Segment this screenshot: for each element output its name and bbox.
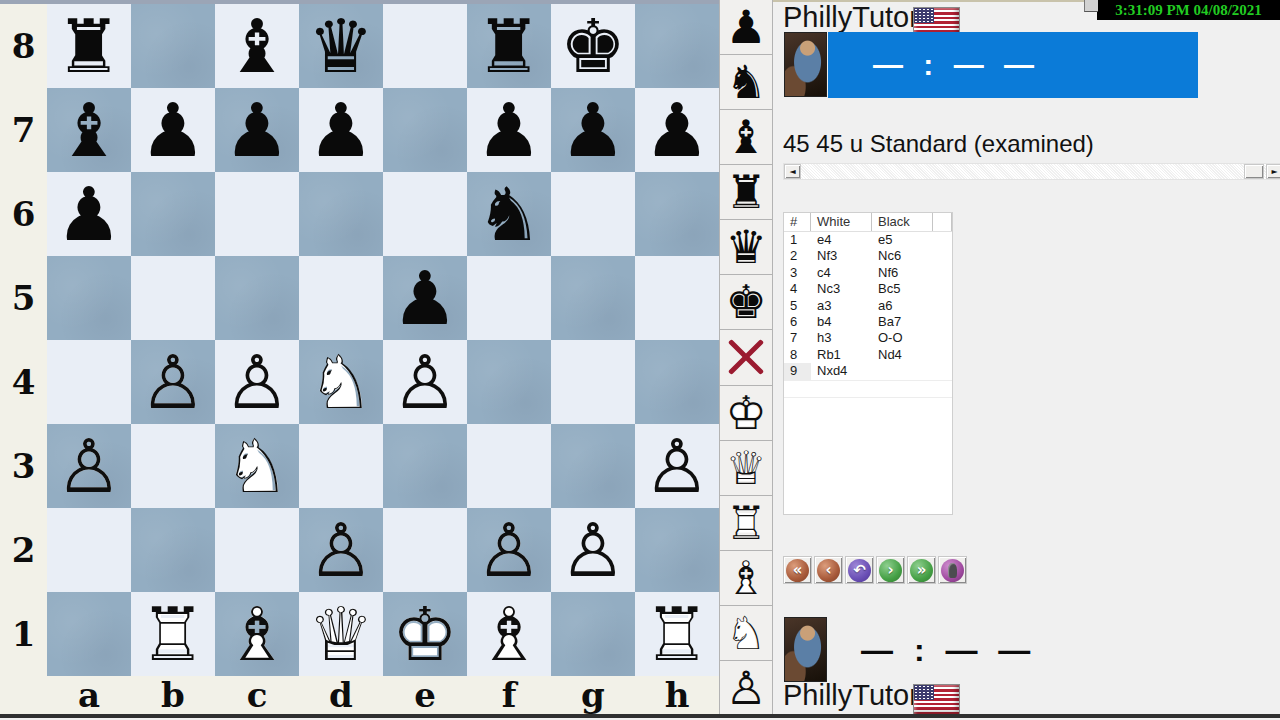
white-knight-icon[interactable]: ♞♘ bbox=[299, 340, 383, 424]
top-player-clock: — : — — bbox=[828, 32, 1198, 98]
top-player-avatar bbox=[784, 32, 827, 97]
white-pawn-icon[interactable]: ♙♙ bbox=[720, 661, 772, 715]
scroll-right-button[interactable]: ► bbox=[1266, 164, 1280, 179]
black-queen-icon[interactable]: ♛ bbox=[299, 4, 383, 88]
square-d5[interactable] bbox=[299, 256, 383, 340]
window-fragment bbox=[1084, 0, 1098, 12]
move-row-3[interactable]: 3c4Nf6 bbox=[784, 265, 952, 281]
revert-icon: ↶ bbox=[848, 559, 871, 582]
square-c7[interactable]: ♟ bbox=[215, 88, 299, 172]
square-b8[interactable] bbox=[131, 4, 215, 88]
white-king-icon[interactable]: ♚♔ bbox=[383, 592, 467, 676]
file-label-f: f bbox=[467, 676, 551, 714]
move-cell-white[interactable]: c4 bbox=[811, 265, 872, 281]
square-e1[interactable]: ♚♔ bbox=[383, 592, 467, 676]
delete-x-icon bbox=[726, 337, 766, 377]
white-pawn-icon[interactable]: ♙♙ bbox=[215, 340, 299, 424]
move-cell-extra[interactable] bbox=[933, 281, 952, 297]
square-c2[interactable] bbox=[215, 508, 299, 592]
move-cell-white[interactable]: h3 bbox=[811, 330, 872, 346]
square-g1[interactable] bbox=[551, 592, 635, 676]
white-rook-icon[interactable]: ♜♖ bbox=[720, 496, 772, 550]
move-cell-white[interactable]: b4 bbox=[811, 314, 872, 330]
white-pawn-icon[interactable]: ♙♙ bbox=[299, 508, 383, 592]
white-queen-icon[interactable]: ♛♕ bbox=[720, 441, 772, 495]
square-d1[interactable]: ♛♕ bbox=[299, 592, 383, 676]
file-label-a: a bbox=[47, 676, 131, 714]
square-e3[interactable] bbox=[383, 424, 467, 508]
rank-label-8: 8 bbox=[0, 4, 47, 88]
black-knight-icon[interactable]: ♞ bbox=[467, 172, 551, 256]
move-row-9[interactable]: 9Nxd4 bbox=[784, 363, 952, 379]
move-row-2[interactable]: 2Nf3Nc6 bbox=[784, 248, 952, 264]
square-b4[interactable]: ♙♙ bbox=[131, 340, 215, 424]
jump-to-end-icon: » bbox=[910, 559, 933, 582]
rank-label-1: 1 bbox=[0, 592, 47, 676]
move-cell-num[interactable]: 5 bbox=[784, 298, 811, 314]
move-cell-black[interactable]: Bc5 bbox=[872, 281, 933, 297]
bottom-player-name: PhillyTutor bbox=[783, 679, 919, 712]
square-a6[interactable]: ♟ bbox=[47, 172, 131, 256]
black-pawn-icon[interactable]: ♟ bbox=[47, 172, 131, 256]
black-pawn-icon[interactable]: ♟ bbox=[383, 256, 467, 340]
rank-label-7: 7 bbox=[0, 88, 47, 172]
square-g4[interactable] bbox=[551, 340, 635, 424]
square-e4[interactable]: ♙♙ bbox=[383, 340, 467, 424]
horizontal-scrollbar[interactable]: ◄ ► bbox=[783, 163, 1280, 180]
black-queen-icon[interactable]: ♛ bbox=[720, 220, 772, 274]
square-a8[interactable]: ♜ bbox=[47, 4, 131, 88]
scrollbar-thumb[interactable] bbox=[1244, 164, 1264, 179]
step-forward-button[interactable]: › bbox=[876, 556, 905, 584]
corner-spacer bbox=[0, 676, 47, 714]
file-label-d: d bbox=[299, 676, 383, 714]
square-b5[interactable] bbox=[131, 256, 215, 340]
square-f1[interactable]: ♝♗ bbox=[467, 592, 551, 676]
move-cell-extra[interactable] bbox=[933, 298, 952, 314]
piece-figure-icon bbox=[948, 563, 957, 578]
square-f5[interactable] bbox=[467, 256, 551, 340]
move-cell-black[interactable]: Ba7 bbox=[872, 314, 933, 330]
square-f6[interactable]: ♞ bbox=[467, 172, 551, 256]
move-row-4[interactable]: 4Nc3Bc5 bbox=[784, 281, 952, 297]
black-bishop-icon[interactable]: ♝ bbox=[215, 4, 299, 88]
square-g2[interactable]: ♙♙ bbox=[551, 508, 635, 592]
move-cell-black[interactable]: O-O bbox=[872, 330, 933, 346]
game-description: 45 45 u Standard (examined) bbox=[783, 130, 1094, 158]
square-g8[interactable]: ♚ bbox=[551, 4, 635, 88]
square-h5[interactable] bbox=[635, 256, 719, 340]
engine-mode-button[interactable] bbox=[938, 556, 967, 584]
col-black: Black bbox=[872, 213, 933, 231]
square-h4[interactable] bbox=[635, 340, 719, 424]
move-row-8[interactable]: 8Rb1Nd4 bbox=[784, 347, 952, 363]
move-cell-white[interactable]: a3 bbox=[811, 298, 872, 314]
square-c4[interactable]: ♙♙ bbox=[215, 340, 299, 424]
black-rook-icon[interactable]: ♜ bbox=[47, 4, 131, 88]
black-king-icon[interactable]: ♚ bbox=[720, 275, 772, 329]
square-d6[interactable] bbox=[299, 172, 383, 256]
rank-label-2: 2 bbox=[0, 508, 47, 592]
move-row-1[interactable]: 1e4e5 bbox=[784, 232, 952, 248]
rank-label-6: 6 bbox=[0, 172, 47, 256]
square-b3[interactable] bbox=[131, 424, 215, 508]
jump-to-end-button[interactable]: » bbox=[907, 556, 936, 584]
square-c6[interactable] bbox=[215, 172, 299, 256]
move-cell-white[interactable]: Nc3 bbox=[811, 281, 872, 297]
white-rook-icon[interactable]: ♜♖ bbox=[635, 592, 719, 676]
side-panel: PhillyTutor 3:31:09 PM 04/08/2021 — : — … bbox=[773, 0, 1280, 716]
palette-delete-square-icon[interactable] bbox=[719, 329, 773, 385]
square-d3[interactable] bbox=[299, 424, 383, 508]
palette-white-pawn-icon[interactable]: ♙♙ bbox=[719, 660, 773, 716]
black-knight-icon[interactable]: ♞ bbox=[720, 55, 772, 109]
chess-board[interactable]: ♜♝♛♜♚♝♟♟♟♟♟♟♟♞♟♙♙♙♙♞♘♙♙♙♙♞♘♙♙♙♙♙♙♙♙♜♖♝♗♛… bbox=[47, 4, 719, 676]
palette-black-rook-icon[interactable]: ♜ bbox=[719, 164, 773, 220]
square-b6[interactable] bbox=[131, 172, 215, 256]
square-e7[interactable] bbox=[383, 88, 467, 172]
square-h8[interactable] bbox=[635, 4, 719, 88]
square-g3[interactable] bbox=[551, 424, 635, 508]
palette-white-rook-icon[interactable]: ♜♖ bbox=[719, 495, 773, 551]
white-pawn-icon[interactable]: ♙♙ bbox=[551, 508, 635, 592]
move-cell-black[interactable]: Nc6 bbox=[872, 248, 933, 264]
move-row-empty bbox=[784, 380, 952, 397]
palette-black-bishop-icon[interactable]: ♝ bbox=[719, 109, 773, 165]
jump-to-start-icon: « bbox=[786, 559, 809, 582]
palette-white-queen-icon[interactable]: ♛♕ bbox=[719, 440, 773, 496]
square-h1[interactable]: ♜♖ bbox=[635, 592, 719, 676]
square-d4[interactable]: ♞♘ bbox=[299, 340, 383, 424]
black-bishop-icon[interactable]: ♝ bbox=[720, 110, 772, 164]
black-king-icon[interactable]: ♚ bbox=[551, 4, 635, 88]
square-e8[interactable] bbox=[383, 4, 467, 88]
top-player-name: PhillyTutor bbox=[783, 1, 919, 34]
square-f2[interactable]: ♙♙ bbox=[467, 508, 551, 592]
revert-button[interactable]: ↶ bbox=[845, 556, 874, 584]
move-cell-black[interactable]: e5 bbox=[872, 232, 933, 248]
move-cell-extra[interactable] bbox=[933, 232, 952, 248]
black-rook-icon[interactable]: ♜ bbox=[720, 165, 772, 219]
square-a4[interactable] bbox=[47, 340, 131, 424]
black-pawn-icon[interactable]: ♟ bbox=[635, 88, 719, 172]
square-h2[interactable] bbox=[635, 508, 719, 592]
move-cell-black[interactable]: Nd4 bbox=[872, 347, 933, 363]
square-d8[interactable]: ♛ bbox=[299, 4, 383, 88]
col-white: White bbox=[811, 213, 872, 231]
move-cell-extra[interactable] bbox=[933, 330, 952, 346]
move-cell-num[interactable]: 1 bbox=[784, 232, 811, 248]
move-cell-white[interactable]: Rb1 bbox=[811, 347, 872, 363]
square-e2[interactable] bbox=[383, 508, 467, 592]
jump-to-start-button[interactable]: « bbox=[783, 556, 812, 584]
square-d2[interactable]: ♙♙ bbox=[299, 508, 383, 592]
move-cell-extra[interactable] bbox=[933, 314, 952, 330]
white-knight-icon[interactable]: ♞♘ bbox=[720, 606, 772, 660]
square-g6[interactable] bbox=[551, 172, 635, 256]
square-g7[interactable]: ♟ bbox=[551, 88, 635, 172]
black-pawn-icon[interactable]: ♟ bbox=[467, 88, 551, 172]
white-pawn-icon[interactable]: ♙♙ bbox=[131, 340, 215, 424]
scroll-left-button[interactable]: ◄ bbox=[784, 164, 801, 179]
move-cell-extra[interactable] bbox=[933, 363, 952, 379]
file-label-e: e bbox=[383, 676, 467, 714]
rank-label-3: 3 bbox=[0, 424, 47, 508]
square-a2[interactable] bbox=[47, 508, 131, 592]
move-cell-white[interactable]: Nxd4 bbox=[811, 363, 872, 379]
square-f8[interactable]: ♜ bbox=[467, 4, 551, 88]
palette-white-bishop-icon[interactable]: ♝♗ bbox=[719, 550, 773, 606]
move-cell-num[interactable]: 2 bbox=[784, 248, 811, 264]
white-pawn-icon[interactable]: ♙♙ bbox=[383, 340, 467, 424]
square-a3[interactable]: ♙♙ bbox=[47, 424, 131, 508]
white-queen-icon[interactable]: ♛♕ bbox=[299, 592, 383, 676]
bottom-player-avatar bbox=[784, 617, 827, 682]
bottom-player-clock: — : — — bbox=[861, 622, 1032, 678]
chess-app-window: 87654321 ♜♝♛♜♚♝♟♟♟♟♟♟♟♞♟♙♙♙♙♞♘♙♙♙♙♞♘♙♙♙♙… bbox=[0, 0, 1280, 720]
square-d7[interactable]: ♟ bbox=[299, 88, 383, 172]
move-row-empty bbox=[784, 397, 952, 414]
move-cell-extra[interactable] bbox=[933, 265, 952, 281]
black-pawn-icon[interactable]: ♟ bbox=[720, 0, 772, 54]
palette-white-knight-icon[interactable]: ♞♘ bbox=[719, 605, 773, 661]
square-f4[interactable] bbox=[467, 340, 551, 424]
white-pawn-icon[interactable]: ♙♙ bbox=[635, 424, 719, 508]
black-pawn-icon[interactable]: ♟ bbox=[299, 88, 383, 172]
square-h7[interactable]: ♟ bbox=[635, 88, 719, 172]
step-forward-icon: › bbox=[879, 559, 902, 582]
square-e5[interactable]: ♟ bbox=[383, 256, 467, 340]
white-king-icon[interactable]: ♚♔ bbox=[720, 386, 772, 440]
file-label-h: h bbox=[635, 676, 719, 714]
move-cell-num[interactable]: 8 bbox=[784, 347, 811, 363]
move-cell-num[interactable]: 4 bbox=[784, 281, 811, 297]
palette-black-king-icon[interactable]: ♚ bbox=[719, 274, 773, 330]
square-h6[interactable] bbox=[635, 172, 719, 256]
piece-palette[interactable]: ♟♞♝♜♛♚♚♔♛♕♜♖♝♗♞♘♙♙ bbox=[719, 0, 773, 716]
us-flag-icon bbox=[913, 684, 960, 715]
engine-mode-icon bbox=[941, 559, 964, 582]
square-a5[interactable] bbox=[47, 256, 131, 340]
navigation-toolbar[interactable]: «‹↶›» bbox=[783, 556, 967, 584]
white-knight-icon[interactable]: ♞♘ bbox=[215, 424, 299, 508]
col-extra bbox=[933, 213, 952, 231]
clock-timestamp: 3:31:09 PM 04/08/2021 bbox=[1097, 0, 1280, 20]
white-pawn-icon[interactable]: ♙♙ bbox=[467, 508, 551, 592]
move-row-6[interactable]: 6b4Ba7 bbox=[784, 314, 952, 330]
move-cell-extra[interactable] bbox=[933, 347, 952, 363]
white-rook-icon[interactable]: ♜♖ bbox=[131, 592, 215, 676]
white-bishop-icon[interactable]: ♝♗ bbox=[215, 592, 299, 676]
white-bishop-icon[interactable]: ♝♗ bbox=[720, 551, 772, 605]
bottom-border bbox=[0, 714, 1280, 718]
square-c5[interactable] bbox=[215, 256, 299, 340]
palette-white-king-icon[interactable]: ♚♔ bbox=[719, 385, 773, 441]
move-rows[interactable]: 1e4e52Nf3Nc63c4Nf64Nc3Bc55a3a66b4Ba77h3O… bbox=[784, 232, 952, 414]
move-row-7[interactable]: 7h3O-O bbox=[784, 330, 952, 346]
move-cell-white[interactable]: Nf3 bbox=[811, 248, 872, 264]
move-cell-num[interactable]: 7 bbox=[784, 330, 811, 346]
black-pawn-icon[interactable]: ♟ bbox=[215, 88, 299, 172]
file-label-c: c bbox=[215, 676, 299, 714]
palette-black-knight-icon[interactable]: ♞ bbox=[719, 54, 773, 110]
black-pawn-icon[interactable]: ♟ bbox=[131, 88, 215, 172]
square-f3[interactable] bbox=[467, 424, 551, 508]
black-rook-icon[interactable]: ♜ bbox=[467, 4, 551, 88]
move-cell-extra[interactable] bbox=[933, 248, 952, 264]
move-list-header: # White Black bbox=[784, 213, 952, 232]
palette-black-queen-icon[interactable]: ♛ bbox=[719, 219, 773, 275]
move-cell-num[interactable]: 6 bbox=[784, 314, 811, 330]
square-f7[interactable]: ♟ bbox=[467, 88, 551, 172]
move-cell-black[interactable]: Nf6 bbox=[872, 265, 933, 281]
square-e6[interactable] bbox=[383, 172, 467, 256]
square-c1[interactable]: ♝♗ bbox=[215, 592, 299, 676]
white-pawn-icon[interactable]: ♙♙ bbox=[47, 424, 131, 508]
white-bishop-icon[interactable]: ♝♗ bbox=[467, 592, 551, 676]
move-row-5[interactable]: 5a3a6 bbox=[784, 298, 952, 314]
move-cell-num[interactable]: 9 bbox=[784, 363, 811, 379]
palette-black-pawn-icon[interactable]: ♟ bbox=[719, 0, 773, 55]
file-labels: abcdefgh bbox=[0, 676, 719, 714]
rank-label-5: 5 bbox=[0, 256, 47, 340]
square-g5[interactable] bbox=[551, 256, 635, 340]
square-c8[interactable]: ♝ bbox=[215, 4, 299, 88]
square-c3[interactable]: ♞♘ bbox=[215, 424, 299, 508]
file-label-b: b bbox=[131, 676, 215, 714]
step-back-button[interactable]: ‹ bbox=[814, 556, 843, 584]
rank-labels: 87654321 bbox=[0, 4, 47, 676]
black-pawn-icon[interactable]: ♟ bbox=[551, 88, 635, 172]
file-label-g: g bbox=[551, 676, 635, 714]
square-a7[interactable]: ♝ bbox=[47, 88, 131, 172]
square-h3[interactable]: ♙♙ bbox=[635, 424, 719, 508]
col-number: # bbox=[784, 213, 811, 231]
black-bishop-icon[interactable]: ♝ bbox=[47, 88, 131, 172]
move-cell-black[interactable]: a6 bbox=[872, 298, 933, 314]
square-a1[interactable] bbox=[47, 592, 131, 676]
square-b7[interactable]: ♟ bbox=[131, 88, 215, 172]
step-back-icon: ‹ bbox=[817, 559, 840, 582]
square-b1[interactable]: ♜♖ bbox=[131, 592, 215, 676]
move-cell-num[interactable]: 3 bbox=[784, 265, 811, 281]
move-cell-white[interactable]: e4 bbox=[811, 232, 872, 248]
square-b2[interactable] bbox=[131, 508, 215, 592]
move-list[interactable]: # White Black 1e4e52Nf3Nc63c4Nf64Nc3Bc55… bbox=[783, 212, 953, 515]
rank-label-4: 4 bbox=[0, 340, 47, 424]
move-cell-black[interactable] bbox=[872, 363, 933, 379]
